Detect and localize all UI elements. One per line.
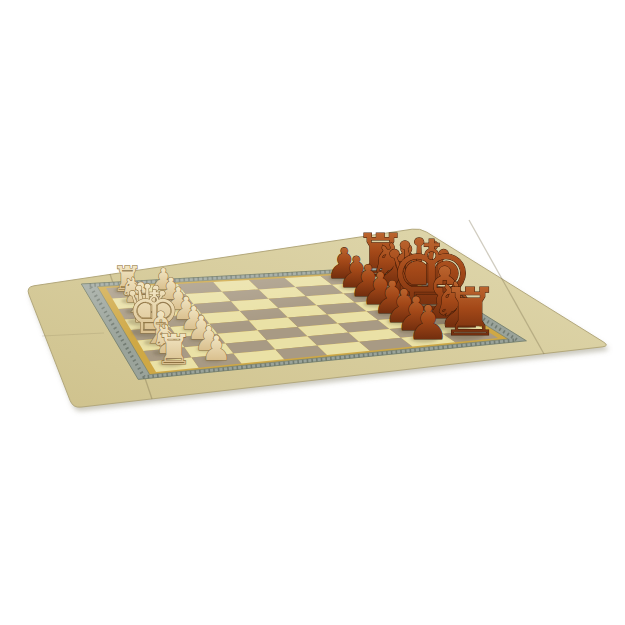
piece-dark-rook-h8[interactable]: ♜ bbox=[441, 274, 500, 351]
chess-board-scene: ♜♟♞♟♟♜♝♟♟♛♞♟♟♚♝♟♝♟♟♛♞♟♟♚♜♟♟♝♟♞♟♜ bbox=[0, 0, 625, 625]
piece-white-rook-h1[interactable]: ♜ bbox=[155, 325, 192, 374]
piece-white-pawn-h2[interactable]: ♟ bbox=[201, 329, 231, 368]
piece-dark-pawn-h7[interactable]: ♟ bbox=[407, 295, 449, 350]
chess-set-photo: ♜♟♞♟♟♜♝♟♟♛♞♟♟♚♝♟♝♟♟♛♞♟♟♚♜♟♟♝♟♞♟♜ bbox=[0, 0, 625, 625]
